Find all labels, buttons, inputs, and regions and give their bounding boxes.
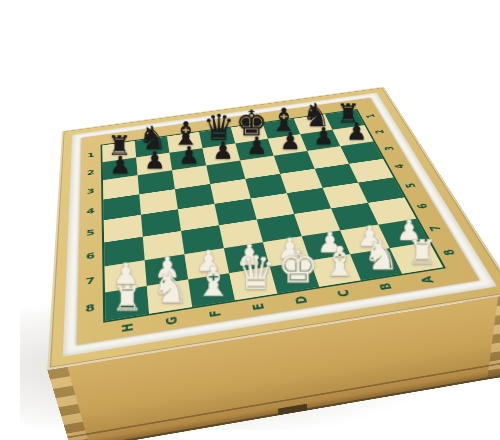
square-e8: ♛	[229, 267, 277, 300]
square-g8: ♞	[147, 280, 192, 314]
piece-white-pawn: ♟	[269, 234, 310, 263]
piece-black-rook: ♜	[332, 101, 365, 128]
product-photo-scene: ♜♞♝♛♚♝♞♜♟♟♟♟♟♟♟♟♟♟♟♟♟♟♟♟♜♞♝♛♚♝♞♜ 1122334…	[0, 0, 500, 440]
rank-label-left-6: 6	[78, 243, 102, 271]
square-c3	[274, 151, 315, 174]
piece-white-pawn: ♟	[389, 216, 430, 244]
rank-label-left-8: 8	[77, 293, 103, 325]
square-d8: ♚	[270, 261, 319, 294]
chess-box: ♜♞♝♛♚♝♞♜♟♟♟♟♟♟♟♟♟♟♟♟♟♟♟♟♜♞♝♛♚♝♞♜ 1122334…	[47, 87, 500, 370]
square-g5	[141, 209, 181, 236]
square-f5	[178, 204, 219, 231]
square-f8: ♝	[188, 273, 235, 307]
rank-label-left-5: 5	[79, 221, 102, 247]
rank-label-right-7: 7	[413, 218, 459, 238]
square-g4	[139, 189, 178, 215]
piece-white-knight: ♞	[360, 235, 402, 276]
piece-black-rook: ♜	[103, 132, 137, 159]
rank-label-left-3: 3	[80, 181, 101, 203]
rank-label-left-2: 2	[80, 163, 101, 184]
chessboard: ♜♞♝♛♚♝♞♜♟♟♟♟♟♟♟♟♟♟♟♟♟♟♟♟♜♞♝♛♚♝♞♜	[101, 109, 446, 323]
square-b8: ♞	[350, 248, 402, 280]
square-g6	[143, 231, 185, 260]
piece-black-knight: ♞	[136, 122, 169, 154]
piece-white-pawn: ♟	[147, 253, 189, 282]
square-e4	[210, 179, 251, 204]
square-e7: ♟	[224, 242, 270, 273]
square-a5	[358, 177, 404, 202]
piece-white-pawn: ♟	[188, 247, 229, 276]
square-h8: ♜	[105, 286, 149, 321]
rank-label-left-1: 1	[81, 146, 101, 166]
square-c4	[280, 169, 322, 193]
board-sheet: ♜♞♝♛♚♝♞♜♟♟♟♟♟♟♟♟♟♟♟♟♟♟♟♟♜♞♝♛♚♝♞♜ 1122334…	[77, 98, 480, 345]
rank-label-left-4: 4	[79, 200, 101, 224]
chess-box-lid-top: ♜♞♝♛♚♝♞♜♟♟♟♟♟♟♟♟♟♟♟♟♟♟♟♟♜♞♝♛♚♝♞♜ 1122334…	[47, 87, 500, 370]
rank-label-left-7: 7	[78, 267, 103, 297]
piece-white-rook: ♜	[106, 281, 150, 316]
square-c8: ♝	[310, 254, 361, 286]
square-f4	[175, 184, 215, 209]
piece-black-bishop: ♝	[169, 118, 202, 150]
square-a4	[349, 159, 393, 183]
square-a8: ♜	[390, 242, 443, 274]
square-d4	[245, 174, 287, 199]
